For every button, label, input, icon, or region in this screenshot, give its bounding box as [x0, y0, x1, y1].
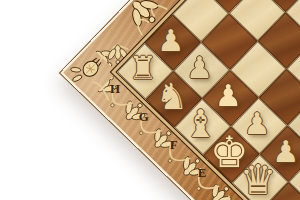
chess-board: ♟♟♟♟♟♜♞♝♚♛ HGFE	[60, 0, 300, 200]
file-label-text: E	[198, 165, 207, 181]
file-label-text: G	[139, 109, 149, 125]
piece-white-queen-d1: ♛	[238, 160, 278, 200]
photo-background: ♟♟♟♟♟♜♞♝♚♛ HGFE	[0, 0, 300, 200]
board-grid: ♟♟♟♟♟♜♞♝♚♛	[117, 0, 300, 200]
file-label-text: H	[110, 81, 120, 97]
file-label-text: F	[170, 137, 178, 153]
